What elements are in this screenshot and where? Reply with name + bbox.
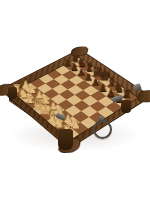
carved-leg-front [58, 129, 73, 150]
ring-handle [93, 120, 112, 139]
carved-leg-left [8, 87, 17, 99]
product-photo: ♜♞♝♛♚♝♞♜♟♟♟♟♟♟♟♟♟♟♟♟♟♟♟♟♜♞♝♛♚♝♞♜ [0, 0, 150, 200]
square-c4 [52, 84, 67, 94]
scene: ♜♞♝♛♚♝♞♜♟♟♟♟♟♟♟♟♟♟♟♟♟♟♟♟♜♞♝♛♚♝♞♜ [0, 0, 150, 200]
corner-flourish-back-right [137, 90, 150, 103]
carved-leg-right [121, 100, 131, 113]
corner-flourish-back-left [70, 46, 88, 57]
